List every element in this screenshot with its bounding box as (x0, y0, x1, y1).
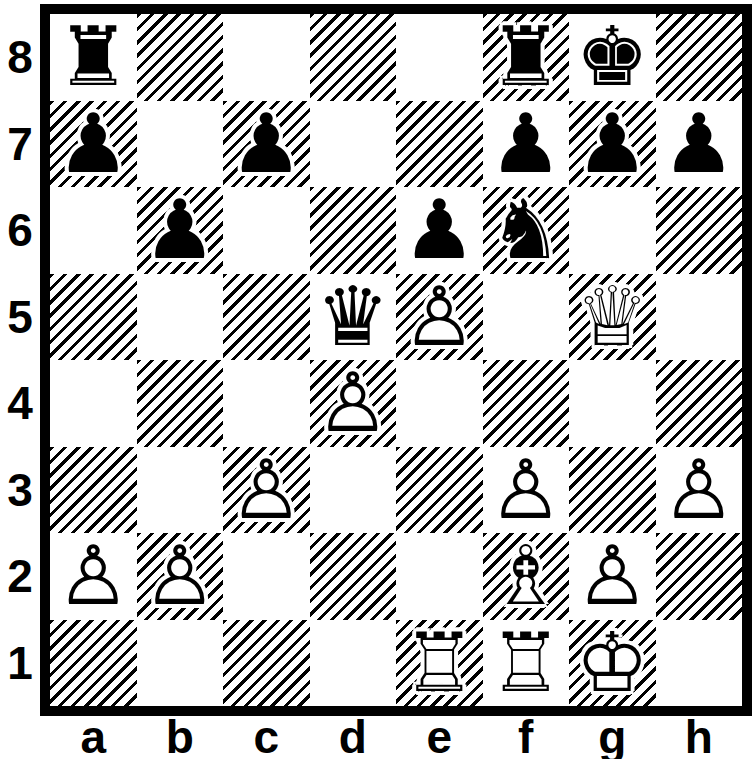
square-e2[interactable] (396, 533, 483, 620)
rank-label-6: 6 (0, 187, 40, 274)
rank-label-1: 1 (0, 620, 40, 707)
square-e3[interactable] (396, 447, 483, 534)
square-d7[interactable] (310, 101, 397, 188)
square-a5[interactable] (50, 274, 137, 361)
piece-glyph: ♙ (137, 533, 224, 620)
piece-white-pawn[interactable]: ♟♙ (656, 447, 743, 534)
file-label-e: e (396, 714, 483, 759)
square-c6[interactable] (223, 187, 310, 274)
square-b5[interactable] (137, 274, 224, 361)
file-label-h: h (656, 714, 743, 759)
piece-glyph: ♔ (569, 620, 656, 707)
square-a6[interactable] (50, 187, 137, 274)
rank-label-5: 5 (0, 274, 40, 361)
piece-black-king[interactable]: ♚♚ (569, 14, 656, 101)
piece-glyph: ♙ (569, 533, 656, 620)
piece-black-pawn[interactable]: ♟♟ (137, 187, 224, 274)
square-b4[interactable] (137, 360, 224, 447)
square-e5[interactable]: ♟♙ (396, 274, 483, 361)
square-d1[interactable] (310, 620, 397, 707)
square-h4[interactable] (656, 360, 743, 447)
square-f8[interactable]: ♜♜ (483, 14, 570, 101)
piece-white-pawn[interactable]: ♟♙ (396, 274, 483, 361)
square-f2[interactable]: ♝♗ (483, 533, 570, 620)
piece-white-pawn[interactable]: ♟♙ (223, 447, 310, 534)
piece-glyph: ♚ (569, 14, 656, 101)
piece-glyph: ♙ (310, 360, 397, 447)
square-b1[interactable] (137, 620, 224, 707)
file-label-a: a (50, 714, 137, 759)
square-e6[interactable]: ♟♟ (396, 187, 483, 274)
square-h8[interactable] (656, 14, 743, 101)
file-label-g: g (569, 714, 656, 759)
square-f1[interactable]: ♜♖ (483, 620, 570, 707)
piece-white-pawn[interactable]: ♟♙ (569, 533, 656, 620)
square-d3[interactable] (310, 447, 397, 534)
piece-white-pawn[interactable]: ♟♙ (137, 533, 224, 620)
rank-labels: 87654321 (0, 14, 40, 706)
piece-black-queen[interactable]: ♛♛ (310, 274, 397, 361)
rank-label-3: 3 (0, 447, 40, 534)
chess-diagram: 87654321 ♜♜♜♜♚♚♟♟♟♟♟♟♟♟♟♟♟♟♟♟♞♞♛♛♟♙♛♕♟♙♟… (0, 0, 752, 759)
square-b6[interactable]: ♟♟ (137, 187, 224, 274)
piece-glyph: ♟ (137, 187, 224, 274)
piece-white-pawn[interactable]: ♟♙ (50, 533, 137, 620)
square-d2[interactable] (310, 533, 397, 620)
square-g7[interactable]: ♟♟ (569, 101, 656, 188)
square-f5[interactable] (483, 274, 570, 361)
square-b3[interactable] (137, 447, 224, 534)
square-c5[interactable] (223, 274, 310, 361)
piece-black-pawn[interactable]: ♟♟ (569, 101, 656, 188)
square-c2[interactable] (223, 533, 310, 620)
piece-white-king[interactable]: ♚♔ (569, 620, 656, 707)
rank-label-2: 2 (0, 533, 40, 620)
square-c4[interactable] (223, 360, 310, 447)
file-label-c: c (223, 714, 310, 759)
board-frame: ♜♜♜♜♚♚♟♟♟♟♟♟♟♟♟♟♟♟♟♟♞♞♛♛♟♙♛♕♟♙♟♙♟♙♟♙♟♙♟♙… (40, 4, 752, 716)
chess-board: ♜♜♜♜♚♚♟♟♟♟♟♟♟♟♟♟♟♟♟♟♞♞♛♛♟♙♛♕♟♙♟♙♟♙♟♙♟♙♟♙… (50, 14, 742, 706)
file-label-f: f (483, 714, 570, 759)
piece-glyph: ♟ (656, 101, 743, 188)
piece-black-knight[interactable]: ♞♞ (483, 187, 570, 274)
piece-black-pawn[interactable]: ♟♟ (396, 187, 483, 274)
square-c1[interactable] (223, 620, 310, 707)
square-h7[interactable]: ♟♟ (656, 101, 743, 188)
square-d4[interactable]: ♟♙ (310, 360, 397, 447)
square-c3[interactable]: ♟♙ (223, 447, 310, 534)
piece-glyph: ♗ (483, 533, 570, 620)
square-g2[interactable]: ♟♙ (569, 533, 656, 620)
square-f3[interactable]: ♟♙ (483, 447, 570, 534)
square-b7[interactable] (137, 101, 224, 188)
square-d5[interactable]: ♛♛ (310, 274, 397, 361)
piece-black-rook[interactable]: ♜♜ (483, 14, 570, 101)
square-a7[interactable]: ♟♟ (50, 101, 137, 188)
square-f6[interactable]: ♞♞ (483, 187, 570, 274)
piece-white-rook[interactable]: ♜♖ (483, 620, 570, 707)
rank-label-8: 8 (0, 14, 40, 101)
square-b2[interactable]: ♟♙ (137, 533, 224, 620)
square-e8[interactable] (396, 14, 483, 101)
piece-glyph: ♞ (483, 187, 570, 274)
piece-glyph: ♟ (50, 101, 137, 188)
piece-glyph: ♖ (483, 620, 570, 707)
square-h3[interactable]: ♟♙ (656, 447, 743, 534)
piece-black-rook[interactable]: ♜♜ (50, 14, 137, 101)
square-c8[interactable] (223, 14, 310, 101)
piece-black-pawn[interactable]: ♟♟ (656, 101, 743, 188)
square-b8[interactable] (137, 14, 224, 101)
square-g4[interactable] (569, 360, 656, 447)
piece-white-pawn[interactable]: ♟♙ (310, 360, 397, 447)
piece-glyph: ♟ (483, 101, 570, 188)
square-a2[interactable]: ♟♙ (50, 533, 137, 620)
square-a3[interactable] (50, 447, 137, 534)
square-g3[interactable] (569, 447, 656, 534)
piece-glyph: ♜ (50, 14, 137, 101)
piece-glyph: ♙ (223, 447, 310, 534)
square-h5[interactable] (656, 274, 743, 361)
square-h6[interactable] (656, 187, 743, 274)
rank-label-7: 7 (0, 101, 40, 188)
square-f4[interactable] (483, 360, 570, 447)
piece-white-bishop[interactable]: ♝♗ (483, 533, 570, 620)
piece-white-rook[interactable]: ♜♖ (396, 620, 483, 707)
piece-glyph: ♙ (396, 274, 483, 361)
piece-glyph: ♛ (310, 274, 397, 361)
square-d8[interactable] (310, 14, 397, 101)
file-labels: abcdefgh (50, 714, 742, 759)
square-a1[interactable] (50, 620, 137, 707)
piece-glyph: ♟ (223, 101, 310, 188)
piece-glyph: ♕ (569, 274, 656, 361)
square-f7[interactable]: ♟♟ (483, 101, 570, 188)
square-g8[interactable]: ♚♚ (569, 14, 656, 101)
square-a4[interactable] (50, 360, 137, 447)
square-g6[interactable] (569, 187, 656, 274)
piece-glyph: ♟ (396, 187, 483, 274)
square-h1[interactable] (656, 620, 743, 707)
square-h2[interactable] (656, 533, 743, 620)
file-label-d: d (310, 714, 397, 759)
piece-black-pawn[interactable]: ♟♟ (223, 101, 310, 188)
piece-glyph: ♟ (569, 101, 656, 188)
piece-glyph: ♜ (483, 14, 570, 101)
square-g5[interactable]: ♛♕ (569, 274, 656, 361)
piece-glyph: ♙ (483, 447, 570, 534)
square-e1[interactable]: ♜♖ (396, 620, 483, 707)
piece-glyph: ♖ (396, 620, 483, 707)
square-g1[interactable]: ♚♔ (569, 620, 656, 707)
square-a8[interactable]: ♜♜ (50, 14, 137, 101)
square-e7[interactable] (396, 101, 483, 188)
piece-black-pawn[interactable]: ♟♟ (50, 101, 137, 188)
piece-black-pawn[interactable]: ♟♟ (483, 101, 570, 188)
square-e4[interactable] (396, 360, 483, 447)
rank-label-4: 4 (0, 360, 40, 447)
square-c7[interactable]: ♟♟ (223, 101, 310, 188)
piece-white-queen[interactable]: ♛♕ (569, 274, 656, 361)
piece-white-pawn[interactable]: ♟♙ (483, 447, 570, 534)
file-label-b: b (137, 714, 224, 759)
square-d6[interactable] (310, 187, 397, 274)
piece-glyph: ♙ (50, 533, 137, 620)
piece-glyph: ♙ (656, 447, 743, 534)
